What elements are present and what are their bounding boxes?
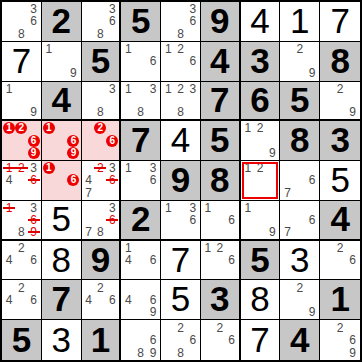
candidate-grid: 19	[241, 201, 280, 239]
candidate-9: 9	[28, 226, 40, 238]
solved-digit: 5	[171, 281, 190, 316]
cell-r5c8[interactable]: 67	[280, 161, 320, 201]
given-digit: 5	[91, 43, 110, 78]
cell-r3c4[interactable]: 138	[121, 82, 161, 122]
cell-r7c7[interactable]: 5	[241, 241, 281, 281]
candidate-2: 2	[294, 43, 306, 55]
candidate-6: 6	[147, 55, 159, 67]
cell-r4c5[interactable]: 4	[161, 121, 201, 161]
candidate-8: 8	[135, 346, 147, 359]
candidate-9: 9	[28, 106, 40, 118]
cell-r4c4[interactable]: 7	[121, 121, 161, 161]
candidate-grid: 38	[82, 82, 120, 120]
candidate-9: 9	[67, 67, 79, 79]
cell-r8c2[interactable]: 7	[42, 280, 82, 320]
cell-r6c2[interactable]: 5	[42, 201, 82, 241]
candidate-8: 8	[94, 28, 106, 40]
given-digit: 7	[51, 281, 70, 316]
candidate-1: 1	[3, 202, 15, 214]
candidate-1: 1	[3, 83, 15, 95]
candidate-grid: 368	[161, 2, 200, 41]
cell-r6c4[interactable]: 2	[121, 201, 161, 241]
candidate-1: 1	[43, 122, 55, 134]
cell-r8c6[interactable]: 3	[201, 280, 241, 320]
candidate-grid: 67	[280, 161, 319, 200]
cell-r9c9[interactable]: 269	[320, 320, 360, 360]
candidate-grid: 689	[121, 320, 160, 360]
candidate-6: 6	[28, 135, 40, 147]
cell-r3c7[interactable]: 6	[241, 82, 281, 122]
candidate-2: 2	[334, 242, 347, 254]
candidate-grid: 1238	[161, 82, 200, 120]
candidate-grid: 16	[201, 201, 239, 239]
cell-r7c9[interactable]: 26	[320, 241, 360, 281]
candidate-4: 4	[3, 254, 15, 266]
cell-r8c8[interactable]: 29	[280, 280, 320, 320]
candidate-6: 6	[106, 174, 118, 186]
solved-digit: 7	[12, 43, 31, 78]
cell-r1c4[interactable]: 5	[121, 2, 161, 42]
candidate-6: 6	[67, 174, 79, 186]
candidate-grid: 138	[121, 82, 160, 120]
candidate-1: 1	[122, 83, 134, 95]
cell-r7c4[interactable]: 146	[121, 241, 161, 281]
cell-r4c8[interactable]: 8	[280, 121, 320, 161]
cell-r9c1[interactable]: 5	[2, 320, 42, 360]
candidate-grid: 26	[320, 241, 360, 280]
candidate-9: 9	[266, 147, 278, 159]
candidate-2: 2	[254, 162, 266, 174]
candidate-6: 6	[226, 214, 238, 226]
candidate-2: 2	[334, 83, 347, 95]
candidate-grid: 368	[82, 2, 120, 41]
candidate-6: 6	[306, 174, 318, 186]
candidate-6: 6	[187, 214, 199, 226]
candidate-2: 2	[15, 281, 27, 293]
cell-r6c8[interactable]: 67	[280, 201, 320, 241]
cell-r3c1[interactable]: 19	[2, 82, 42, 122]
candidate-grid: 126	[161, 42, 200, 81]
given-digit: 2	[131, 201, 150, 236]
given-digit: 2	[51, 3, 70, 38]
candidate-7: 7	[281, 187, 293, 199]
candidate-grid: 13689	[2, 201, 41, 239]
cell-r9c3[interactable]: 1	[82, 320, 122, 360]
candidate-3: 3	[147, 83, 159, 95]
candidate-grid: 16	[42, 161, 81, 200]
given-digit: 7	[210, 82, 229, 117]
cell-r8c5[interactable]: 5	[161, 280, 201, 320]
candidate-1: 1	[202, 202, 214, 214]
cell-r7c8[interactable]: 3	[280, 241, 320, 281]
candidate-9: 9	[67, 147, 79, 159]
candidate-9: 9	[147, 346, 159, 359]
candidate-2: 2	[294, 281, 306, 293]
candidate-4: 4	[122, 294, 134, 306]
candidate-3: 3	[187, 83, 199, 95]
candidate-grid: 19	[2, 82, 41, 120]
candidate-8: 8	[15, 226, 27, 238]
cell-r8c1[interactable]: 246	[2, 280, 42, 320]
candidate-grid: 136	[161, 201, 200, 239]
cell-r4c7[interactable]: 129	[241, 121, 281, 161]
candidate-grid: 29	[280, 280, 319, 319]
cell-r1c2[interactable]: 2	[42, 2, 82, 42]
cell-r3c8[interactable]: 5	[280, 82, 320, 122]
given-digit: 9	[210, 3, 229, 38]
given-digit: 7	[131, 122, 150, 157]
candidate-8: 8	[174, 106, 186, 118]
given-digit: 4	[290, 322, 309, 357]
solved-digit: 7	[171, 242, 190, 277]
cell-r8c9[interactable]: 1	[320, 280, 360, 320]
cell-r5c6[interactable]: 8	[201, 161, 241, 201]
given-digit: 5	[250, 242, 269, 277]
candidate-6: 6	[106, 15, 118, 27]
cell-r4c6[interactable]: 5	[201, 121, 241, 161]
cell-r8c3[interactable]: 246	[82, 280, 122, 320]
solved-digit: 7	[330, 3, 349, 38]
candidate-grid: 16	[121, 42, 160, 81]
candidate-1: 1	[162, 43, 174, 55]
given-digit: 9	[91, 242, 110, 277]
cell-r2c7[interactable]: 3	[241, 42, 281, 82]
given-digit: 4	[210, 43, 229, 78]
candidate-6: 6	[106, 294, 118, 306]
candidate-grid: 246	[82, 280, 120, 319]
candidate-1: 1	[242, 202, 254, 214]
candidate-2: 2	[15, 162, 27, 174]
cell-r9c4[interactable]: 689	[121, 320, 161, 360]
given-digit: 8	[210, 162, 229, 197]
solved-digit: 7	[250, 322, 269, 357]
candidate-2: 2	[334, 321, 347, 334]
candidate-grid: 26	[82, 121, 120, 160]
candidate-grid: 1269	[2, 121, 41, 160]
cell-r2c2[interactable]: 19	[42, 42, 82, 82]
cell-r2c3[interactable]: 5	[82, 42, 122, 82]
candidate-8: 8	[135, 106, 147, 118]
candidate-2: 2	[94, 122, 106, 134]
cell-r2c4[interactable]: 16	[121, 42, 161, 82]
candidate-8: 8	[174, 28, 186, 40]
candidate-1: 1	[43, 162, 55, 174]
candidate-1: 1	[202, 242, 214, 254]
cell-r1c3[interactable]: 368	[82, 2, 122, 42]
cell-r6c6[interactable]: 16	[201, 201, 241, 241]
cell-r2c5[interactable]: 126	[161, 42, 201, 82]
cell-r8c7[interactable]: 8	[241, 280, 281, 320]
cell-r5c1[interactable]: 12346	[2, 161, 42, 201]
candidate-2: 2	[94, 162, 106, 174]
cell-r6c7[interactable]: 19	[241, 201, 281, 241]
cell-r4c2[interactable]: 169	[42, 121, 82, 161]
candidate-grid: 23467	[82, 161, 120, 200]
candidate-2: 2	[254, 122, 266, 134]
cell-r4c9[interactable]: 3	[320, 121, 360, 161]
candidate-6: 6	[28, 15, 40, 27]
candidate-grid: 67	[280, 201, 319, 239]
cell-r3c3[interactable]: 38	[82, 82, 122, 122]
candidate-grid: 12346	[2, 161, 41, 200]
cell-r3c5[interactable]: 1238	[161, 82, 201, 122]
candidate-1: 1	[162, 83, 174, 95]
given-digit: 4	[330, 201, 349, 236]
cell-r7c3[interactable]: 9	[82, 241, 122, 281]
candidate-9: 9	[306, 306, 318, 318]
solved-digit: 4	[250, 3, 269, 38]
candidate-8: 8	[15, 28, 27, 40]
cell-r5c4[interactable]: 136	[121, 161, 161, 201]
candidate-1: 1	[3, 122, 15, 134]
cell-r8c4[interactable]: 469	[121, 280, 161, 320]
cell-r7c6[interactable]: 126	[201, 241, 241, 281]
given-digit: 5	[12, 322, 31, 357]
cell-r1c9[interactable]: 7	[320, 2, 360, 42]
candidate-7: 7	[281, 226, 293, 238]
given-digit: 8	[330, 43, 349, 78]
cell-r5c3[interactable]: 23467	[82, 161, 122, 201]
candidate-2: 2	[15, 122, 27, 134]
candidate-6: 6	[226, 254, 238, 266]
candidate-4: 4	[3, 294, 15, 306]
candidate-6: 6	[147, 254, 159, 266]
candidate-8: 8	[94, 106, 106, 118]
candidate-2: 2	[174, 83, 186, 95]
cell-r5c5[interactable]: 9	[161, 161, 201, 201]
candidate-grid: 246	[2, 280, 41, 319]
candidate-grid: 269	[320, 320, 360, 360]
cell-r9c8[interactable]: 4	[280, 320, 320, 360]
candidate-4: 4	[122, 254, 134, 266]
given-digit: 4	[51, 82, 70, 117]
candidate-6: 6	[67, 135, 79, 147]
solved-digit: 8	[250, 281, 269, 316]
candidate-6: 6	[28, 254, 40, 266]
candidate-2: 2	[15, 242, 27, 254]
candidate-9: 9	[346, 346, 359, 359]
cell-r1c6[interactable]: 9	[201, 2, 241, 42]
candidate-1: 1	[242, 162, 254, 174]
candidate-grid: 246	[2, 241, 41, 280]
cell-r5c2[interactable]: 16	[42, 161, 82, 201]
candidate-1: 1	[43, 43, 55, 55]
solved-digit: 5	[330, 162, 349, 197]
candidate-9: 9	[266, 226, 278, 238]
candidate-4: 4	[3, 174, 15, 186]
candidate-grid: 146	[121, 241, 160, 280]
candidate-grid: 29	[280, 42, 319, 81]
cell-r2c1[interactable]: 7	[2, 42, 42, 82]
candidate-8: 8	[94, 226, 106, 238]
candidate-grid: 368	[2, 2, 41, 41]
cell-r7c1[interactable]: 246	[2, 241, 42, 281]
candidate-1: 1	[122, 43, 134, 55]
solved-digit: 3	[290, 242, 309, 277]
candidate-6: 6	[187, 55, 199, 67]
cell-r2c9[interactable]: 8	[320, 42, 360, 82]
candidate-7: 7	[83, 187, 95, 199]
candidate-6: 6	[147, 334, 159, 347]
candidate-4: 4	[83, 174, 95, 186]
candidate-6: 6	[187, 334, 199, 347]
cell-r6c5[interactable]: 136	[161, 201, 201, 241]
cell-r2c6[interactable]: 4	[201, 42, 241, 82]
cell-r9c2[interactable]: 3	[42, 320, 82, 360]
cell-r9c7[interactable]: 7	[241, 320, 281, 360]
candidate-2: 2	[94, 281, 106, 293]
given-digit: 5	[210, 122, 229, 157]
given-digit: 5	[290, 82, 309, 117]
cell-r5c7[interactable]: 12	[241, 161, 281, 201]
candidate-1: 1	[242, 122, 254, 134]
solved-digit: 4	[171, 122, 190, 157]
cell-r3c6[interactable]: 7	[201, 82, 241, 122]
candidate-2: 2	[174, 321, 186, 334]
candidate-grid: 469	[121, 280, 160, 319]
candidate-6: 6	[306, 214, 318, 226]
cell-r7c5[interactable]: 7	[161, 241, 201, 281]
candidate-6: 6	[226, 334, 238, 347]
cell-r9c6[interactable]: 26	[201, 320, 241, 360]
given-digit: 3	[330, 122, 349, 157]
candidate-grid: 129	[241, 121, 280, 160]
cell-r7c2[interactable]: 8	[42, 241, 82, 281]
candidate-6: 6	[106, 135, 118, 147]
given-digit: 3	[250, 43, 269, 78]
solved-digit: 8	[51, 242, 70, 277]
candidate-2: 2	[174, 43, 186, 55]
candidate-9: 9	[306, 67, 318, 79]
cell-r1c8[interactable]: 1	[280, 2, 320, 42]
cell-r6c1[interactable]: 13689	[2, 201, 42, 241]
candidate-6: 6	[346, 254, 359, 266]
cell-r5c9[interactable]: 5	[320, 161, 360, 201]
candidate-grid: 19	[42, 42, 81, 81]
candidate-9: 9	[346, 106, 359, 118]
candidate-4: 4	[83, 294, 95, 306]
cell-r4c1[interactable]: 1269	[2, 121, 42, 161]
cell-r1c5[interactable]: 368	[161, 2, 201, 42]
candidate-3: 3	[106, 83, 118, 95]
cell-r6c9[interactable]: 4	[320, 201, 360, 241]
candidate-6: 6	[106, 214, 118, 226]
candidate-grid: 126	[201, 241, 239, 280]
candidate-2: 2	[214, 321, 226, 334]
cell-r3c2[interactable]: 4	[42, 82, 82, 122]
cell-r1c1[interactable]: 368	[2, 2, 42, 42]
candidate-2: 2	[214, 242, 226, 254]
candidate-grid: 29	[320, 82, 360, 120]
candidate-6: 6	[28, 174, 40, 186]
cell-r1c7[interactable]: 4	[241, 2, 281, 42]
candidate-grid: 136	[121, 161, 160, 200]
solved-digit: 5	[51, 201, 70, 236]
candidate-grid: 12	[241, 161, 280, 200]
given-digit: 6	[250, 82, 269, 117]
candidate-6: 6	[187, 15, 199, 27]
solved-digit: 1	[290, 3, 309, 38]
candidate-6: 6	[147, 174, 159, 186]
given-digit: 3	[210, 281, 229, 316]
candidate-grid: 169	[42, 121, 81, 160]
cell-r2c8[interactable]: 29	[280, 42, 320, 82]
candidate-9: 9	[147, 306, 159, 318]
cell-r4c3[interactable]: 26	[82, 121, 122, 161]
cell-r3c9[interactable]: 29	[320, 82, 360, 122]
candidate-7: 7	[83, 226, 95, 238]
candidate-grid: 268	[161, 320, 200, 360]
candidate-9: 9	[28, 147, 40, 159]
candidate-grid: 26	[201, 320, 239, 360]
sudoku-board: 3682368536894177195161264329819438138123…	[0, 0, 362, 362]
given-digit: 1	[330, 281, 349, 316]
candidate-1: 1	[122, 162, 134, 174]
cell-r9c5[interactable]: 268	[161, 320, 201, 360]
cell-r6c3[interactable]: 3678	[82, 201, 122, 241]
candidate-grid: 3678	[82, 201, 120, 239]
solved-digit: 3	[51, 322, 70, 357]
candidate-1: 1	[162, 202, 174, 214]
given-digit: 1	[91, 322, 110, 357]
given-digit: 9	[171, 162, 190, 197]
candidate-6: 6	[346, 334, 359, 347]
given-digit: 8	[290, 122, 309, 157]
candidate-8: 8	[174, 346, 186, 359]
candidate-6: 6	[28, 294, 40, 306]
given-digit: 5	[131, 3, 150, 38]
